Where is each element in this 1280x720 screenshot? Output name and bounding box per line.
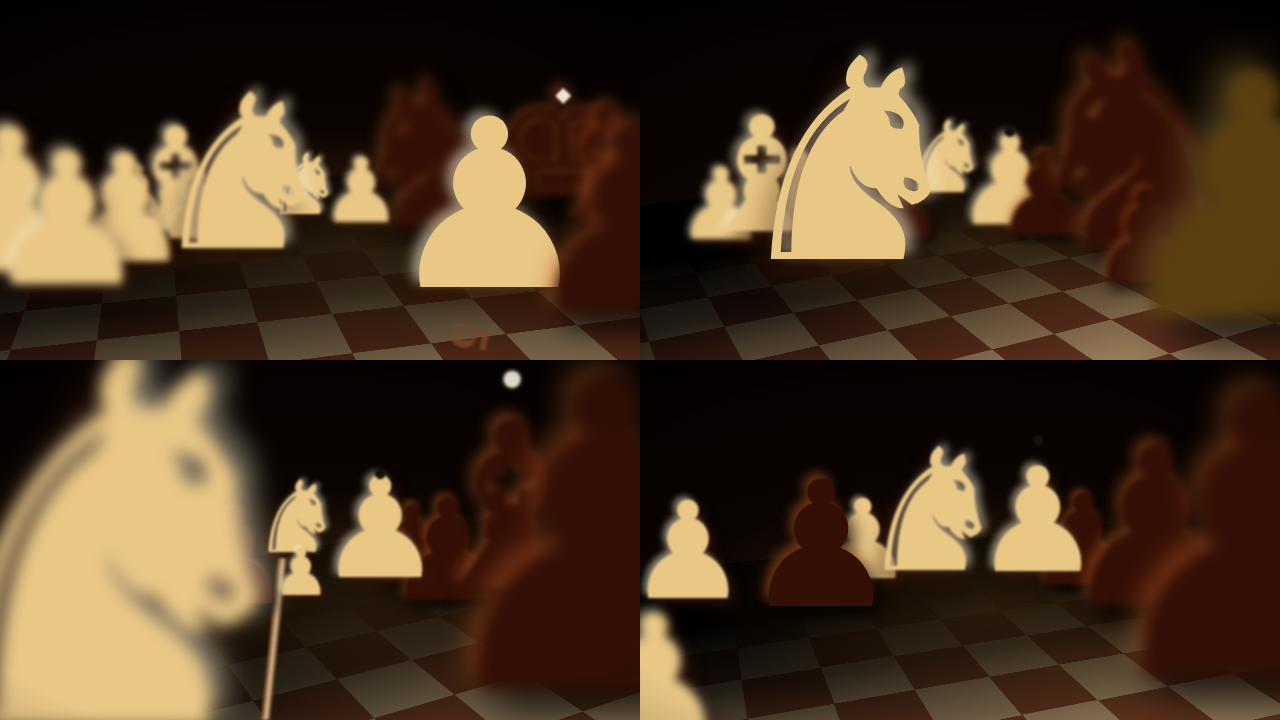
chess-macro-collage: 5 ♟♟♟♟♝♟♞♞♟♞♟♚◆♝♟ ♟♝♟♞♟♞♟●♟♞♟♟ ♞♟♞♟♟●♟♟♝…: [0, 0, 1280, 720]
frame-grid: 5 ♟♟♟♟♝♟♞♞♟♞♟♚◆♝♟ ♟♝♟♞♟♞♟●♟♞♟♟ ♞♟♞♟♟●♟♟♝…: [0, 0, 1280, 720]
white-knight: ♞: [726, 22, 977, 302]
dark-pawn: ♟: [1102, 28, 1280, 360]
frame-4: ♟♟♟♟♞♟●♟♟♟: [640, 360, 1280, 720]
dark-pawn: ♟: [1086, 360, 1280, 720]
dark-pawn: ♟: [743, 458, 900, 633]
dark-finial: ●: [374, 465, 385, 478]
white-pawn: ♟: [640, 592, 731, 720]
white-pawn: ♟: [0, 127, 150, 312]
white-knight: ♞: [0, 360, 342, 720]
frame-1: 5 ♟♟♟♟♝♟♞♞♟♞♟♚◆♝♟: [0, 0, 640, 360]
dark-pawn: ♟: [415, 360, 640, 720]
dark-finial: ●: [1032, 432, 1044, 446]
dark-pawn: ♟: [517, 93, 640, 353]
white-knight: ♞: [147, 65, 340, 280]
frame-3: ♞♟♞♟♟●♟♟♝●♟: [0, 360, 640, 720]
frame-2: ♟♝♟♞♟♞♟●♟♞♟♟: [640, 0, 1280, 360]
